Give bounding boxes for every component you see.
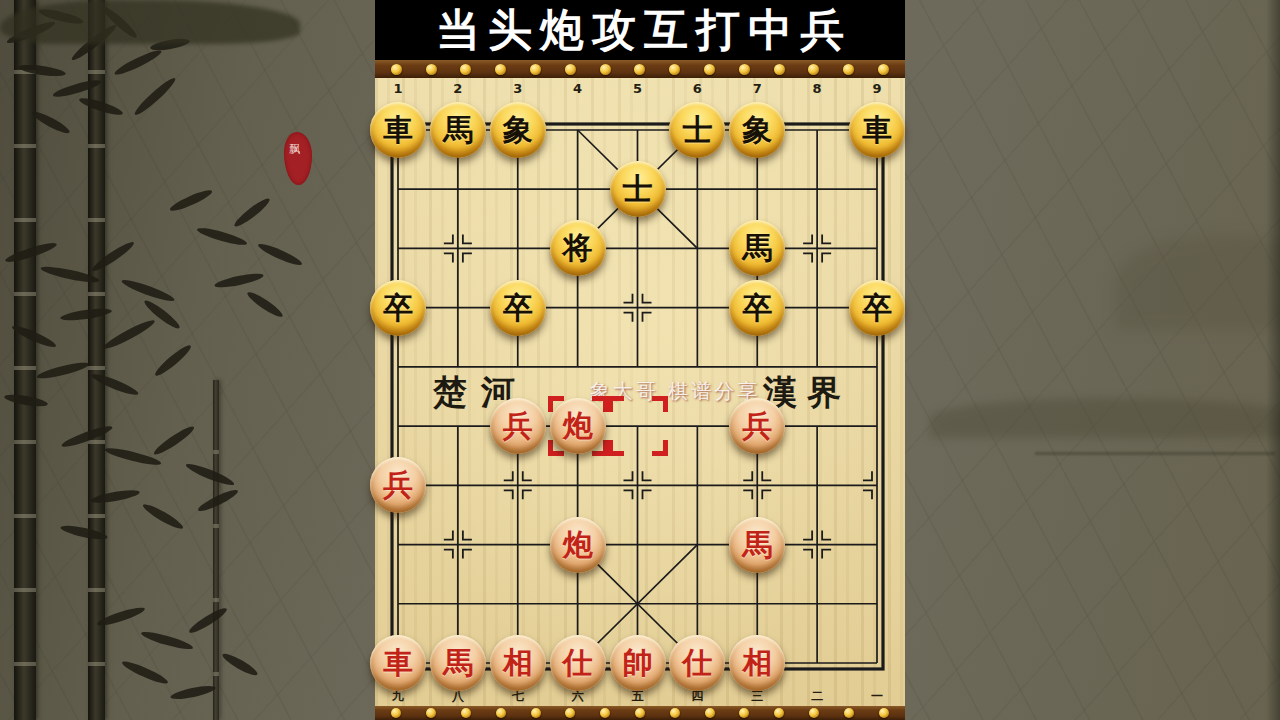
frame-stud [739,708,749,718]
near-hill [930,398,1280,438]
column-number-top-3: 3 [507,81,529,96]
piece-red-horse-c7r8[interactable]: 馬 [729,517,785,573]
bamboo-joints [14,0,36,720]
column-number-top-8: 8 [806,81,828,96]
edge-vignette [1266,0,1280,720]
shrub-trees [0,0,300,44]
frame-stud [774,64,785,75]
column-number-top-1: 1 [387,81,409,96]
piece-red-advisor-c6r10[interactable]: 仕 [669,635,725,691]
piece-red-elephant-c7r10[interactable]: 相 [729,635,785,691]
top-wooden-frame [375,60,905,78]
bottom-wooden-frame [375,706,905,720]
piece-black-soldier-c7r4[interactable]: 卒 [729,280,785,336]
frame-stud [809,708,819,718]
column-number-top-5: 5 [627,81,649,96]
piece-black-advisor-c5r2[interactable]: 士 [610,161,666,217]
frame-stud [670,708,680,718]
piece-black-general-c4r3[interactable]: 将 [550,220,606,276]
piece-red-cannon-c4r6[interactable]: 炮 [550,398,606,454]
pieces-layer: 車馬象士象車士将馬卒卒卒卒兵炮兵兵炮馬車馬相仕帥仕相 [368,100,907,692]
app-screen: 飘 当头炮攻互打中兵 楚河 漢界 象大哥 棋谱分享 車馬象士象車士将馬卒卒卒卒兵… [0,0,1280,720]
bamboo-joints [213,380,219,720]
lesson-title: 当头炮攻互打中兵 [375,0,905,60]
column-number-top-7: 7 [746,81,768,96]
frame-stud [496,708,506,718]
column-number-top-6: 6 [686,81,708,96]
column-number-top-2: 2 [447,81,469,96]
frame-stud [774,708,784,718]
piece-black-advisor-c6r1[interactable]: 士 [669,102,725,158]
frame-stud [391,708,401,718]
piece-red-cannon-c4r8[interactable]: 炮 [550,517,606,573]
frame-stud [669,64,680,75]
frame-stud [634,64,645,75]
board-panel: 当头炮攻互打中兵 楚河 漢界 象大哥 棋谱分享 車馬象士象車士将馬卒卒卒卒兵炮兵… [375,0,905,720]
seal-glyph: 飘 [289,142,307,157]
frame-stud [635,708,645,718]
xiangqi-board[interactable]: 楚河 漢界 象大哥 棋谱分享 車馬象士象車士将馬卒卒卒卒兵炮兵兵炮馬車馬相仕帥仕… [375,78,905,706]
frame-stud [844,708,854,718]
frame-stud [739,64,750,75]
piece-black-horse-c7r3[interactable]: 馬 [729,220,785,276]
piece-black-horse-c2r1[interactable]: 馬 [430,102,486,158]
frame-stud [495,64,506,75]
bamboo-stalk [14,0,36,720]
piece-black-soldier-c1r4[interactable]: 卒 [370,280,426,336]
frame-stud [565,708,575,718]
frame-stud [531,708,541,718]
bamboo-stalk [213,380,219,720]
piece-red-horse-c2r10[interactable]: 馬 [430,635,486,691]
frame-stud [426,708,436,718]
frame-stud [600,64,611,75]
frame-stud [808,64,819,75]
frame-stud [530,64,541,75]
frame-stud [878,64,889,75]
frame-stud [704,64,715,75]
piece-red-soldier-c7r6[interactable]: 兵 [729,398,785,454]
piece-black-soldier-c3r4[interactable]: 卒 [490,280,546,336]
frame-stud [565,64,576,75]
frame-stud [600,708,610,718]
piece-red-soldier-c3r6[interactable]: 兵 [490,398,546,454]
piece-red-rook-c1r10[interactable]: 車 [370,635,426,691]
piece-black-rook-c9r1[interactable]: 車 [849,102,905,158]
frame-stud [705,708,715,718]
piece-black-elephant-c3r1[interactable]: 象 [490,102,546,158]
piece-red-general-c5r10[interactable]: 帥 [610,635,666,691]
frame-stud [879,708,889,718]
column-number-top-4: 4 [567,81,589,96]
frame-stud [391,64,402,75]
frame-stud [426,64,437,75]
frame-stud [843,64,854,75]
piece-black-rook-c1r1[interactable]: 車 [370,102,426,158]
piece-red-soldier-c1r7[interactable]: 兵 [370,457,426,513]
frame-stud [461,708,471,718]
frame-stud [460,64,471,75]
piece-black-soldier-c9r4[interactable]: 卒 [849,280,905,336]
ground-stroke [1035,452,1275,455]
piece-red-elephant-c3r10[interactable]: 相 [490,635,546,691]
column-number-top-9: 9 [866,81,888,96]
piece-black-elephant-c7r1[interactable]: 象 [729,102,785,158]
piece-red-advisor-c4r10[interactable]: 仕 [550,635,606,691]
